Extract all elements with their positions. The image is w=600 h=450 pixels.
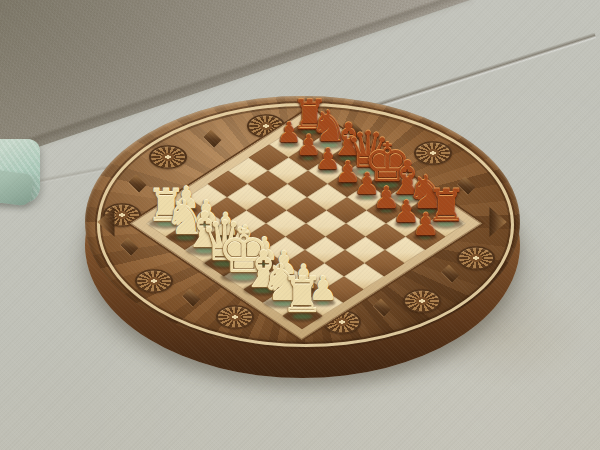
piece-brown-pawn-h7[interactable]: ♟ bbox=[412, 209, 440, 240]
piece-white-rook-h1[interactable]: ♜ bbox=[281, 272, 325, 321]
couch-scene: ♜♞♝♛♚♝♞♜♟♟♟♟♟♟♟♟♟♟♟♟♟♟♟♟♜♞♝♛♚♝♞♜ bbox=[0, 0, 600, 450]
couch-seam bbox=[364, 32, 597, 113]
teal-blanket-fold bbox=[0, 170, 34, 207]
